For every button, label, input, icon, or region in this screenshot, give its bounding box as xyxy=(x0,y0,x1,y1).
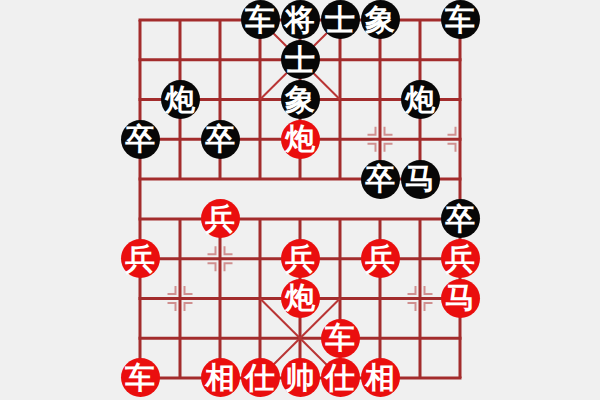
piece-red-advisor[interactable]: 仕 xyxy=(321,358,360,397)
piece-black-soldier[interactable]: 卒 xyxy=(441,199,480,238)
piece-red-elephant[interactable]: 相 xyxy=(201,358,240,397)
piece-red-chariot[interactable]: 车 xyxy=(321,319,360,358)
piece-black-advisor[interactable]: 士 xyxy=(281,40,320,79)
piece-red-soldier[interactable]: 兵 xyxy=(121,239,160,278)
piece-red-horse[interactable]: 马 xyxy=(441,279,480,318)
piece-black-cannon[interactable]: 炮 xyxy=(401,80,440,119)
piece-black-general[interactable]: 将 xyxy=(281,0,320,39)
piece-red-elephant[interactable]: 相 xyxy=(361,358,400,397)
piece-black-elephant[interactable]: 象 xyxy=(281,80,320,119)
piece-black-soldier[interactable]: 卒 xyxy=(121,120,160,159)
xiangqi-board-screen: 车将士象车士炮象炮卒卒炮卒马兵卒兵兵兵兵炮马车车相仕帅仕相 xyxy=(0,0,600,400)
piece-red-chariot[interactable]: 车 xyxy=(121,358,160,397)
piece-black-chariot[interactable]: 车 xyxy=(241,0,280,39)
piece-black-soldier[interactable]: 卒 xyxy=(361,160,400,199)
piece-black-soldier[interactable]: 卒 xyxy=(201,120,240,159)
piece-black-chariot[interactable]: 车 xyxy=(441,0,480,39)
xiangqi-board[interactable]: 车将士象车士炮象炮卒卒炮卒马兵卒兵兵兵兵炮马车车相仕帅仕相 xyxy=(120,0,480,398)
piece-red-soldier[interactable]: 兵 xyxy=(441,239,480,278)
piece-red-soldier[interactable]: 兵 xyxy=(361,239,400,278)
piece-black-horse[interactable]: 马 xyxy=(401,160,440,199)
piece-black-elephant[interactable]: 象 xyxy=(361,0,400,39)
piece-red-general[interactable]: 帅 xyxy=(281,358,320,397)
piece-red-advisor[interactable]: 仕 xyxy=(241,358,280,397)
piece-red-cannon[interactable]: 炮 xyxy=(281,120,320,159)
piece-black-advisor[interactable]: 士 xyxy=(321,0,360,39)
piece-red-cannon[interactable]: 炮 xyxy=(281,279,320,318)
piece-red-soldier[interactable]: 兵 xyxy=(201,199,240,238)
piece-black-cannon[interactable]: 炮 xyxy=(161,80,200,119)
piece-red-soldier[interactable]: 兵 xyxy=(281,239,320,278)
